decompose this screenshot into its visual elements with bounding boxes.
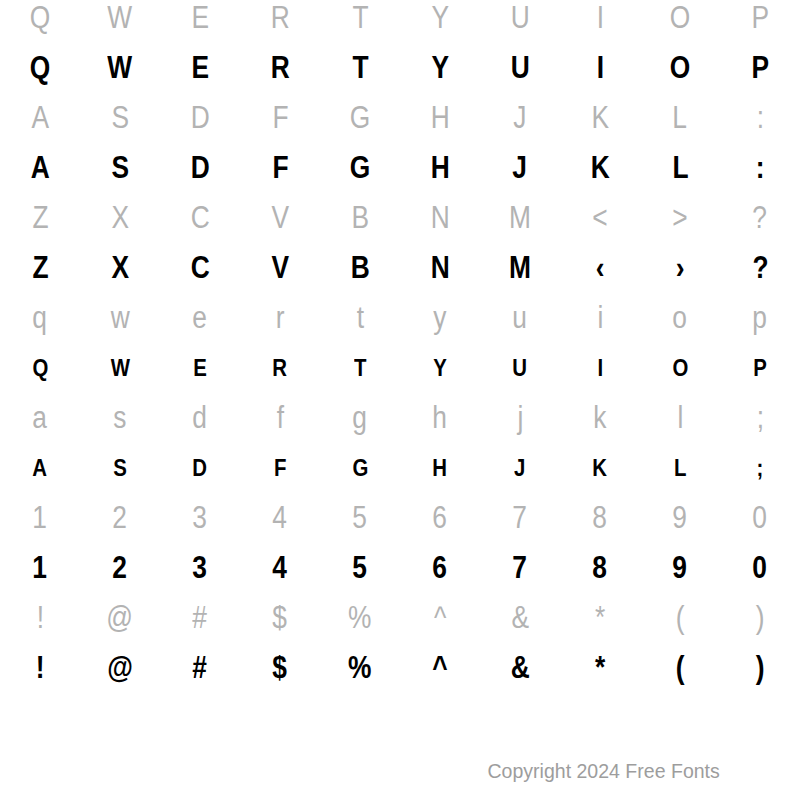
char-cell: t	[320, 293, 400, 343]
char-cell: 4	[240, 543, 320, 593]
char-cell: J	[480, 93, 560, 143]
char-cell: Q	[0, 343, 80, 393]
char-glyph: R	[270, 0, 289, 43]
char-cell: 1	[0, 543, 80, 593]
char-glyph: F	[272, 143, 288, 193]
char-cell: #	[160, 643, 240, 693]
char-cell: 6	[400, 493, 480, 543]
char-cell: K	[560, 143, 640, 193]
char-glyph: (	[676, 593, 685, 643]
char-glyph: Z	[32, 193, 48, 243]
char-glyph: 6	[433, 543, 448, 593]
char-glyph: ^	[432, 643, 447, 693]
char-glyph: #	[193, 643, 208, 693]
char-glyph: 1	[33, 493, 48, 543]
char-glyph: 3	[193, 543, 208, 593]
copyright-text: Copyright 2024 Free Fonts	[470, 759, 720, 783]
char-glyph: T	[354, 343, 366, 393]
char-cell: *	[560, 643, 640, 693]
char-cell: R	[240, 0, 320, 43]
char-glyph: K	[591, 93, 609, 143]
char-cell: E	[160, 343, 240, 393]
char-cell: >	[640, 193, 720, 243]
char-glyph: P	[753, 343, 767, 393]
char-cell: *	[560, 593, 640, 643]
char-glyph: B	[351, 193, 369, 243]
char-cell: !	[0, 593, 80, 643]
char-glyph: s	[113, 393, 126, 443]
char-glyph: @	[107, 643, 133, 693]
char-glyph: w	[110, 293, 129, 343]
char-cell: G	[320, 443, 400, 493]
char-glyph: H	[433, 443, 448, 493]
char-cell: L	[640, 93, 720, 143]
char-glyph: i	[597, 293, 603, 343]
char-glyph: V	[271, 243, 289, 293]
char-cell: !	[0, 643, 80, 693]
char-cell: T	[320, 0, 400, 43]
char-glyph: ;	[756, 393, 763, 443]
char-cell: e	[160, 293, 240, 343]
char-glyph: h	[433, 393, 448, 443]
char-cell: s	[80, 393, 160, 443]
char-cell: 9	[640, 543, 720, 593]
charmap-row-11: 1234567890	[0, 493, 800, 543]
char-cell: E	[160, 43, 240, 93]
char-cell: $	[240, 593, 320, 643]
char-glyph: %	[348, 643, 371, 693]
char-cell: $	[240, 643, 320, 693]
char-glyph: 2	[113, 493, 128, 543]
char-cell: )	[720, 643, 800, 693]
char-glyph: ?	[753, 193, 768, 243]
char-glyph: J	[514, 443, 525, 493]
charmap-row-12: 1234567890	[0, 543, 800, 593]
char-glyph: C	[190, 193, 209, 243]
char-cell: U	[480, 343, 560, 393]
char-glyph: O	[670, 43, 691, 93]
char-glyph: L	[673, 93, 688, 143]
char-cell: ›	[640, 243, 720, 293]
char-glyph: q	[33, 293, 48, 343]
char-glyph: K	[590, 143, 609, 193]
char-cell: 0	[720, 493, 800, 543]
char-glyph: W	[108, 43, 133, 93]
char-cell: p	[720, 293, 800, 343]
char-glyph: U	[510, 43, 529, 93]
char-glyph: F	[272, 93, 288, 143]
char-glyph: U	[513, 343, 528, 393]
char-cell: #	[160, 593, 240, 643]
char-cell: E	[160, 0, 240, 43]
char-cell: @	[80, 593, 160, 643]
char-glyph: G	[352, 443, 368, 493]
char-glyph: l	[677, 393, 683, 443]
char-glyph: 0	[753, 493, 768, 543]
char-glyph: 4	[273, 493, 288, 543]
char-cell: @	[80, 643, 160, 693]
char-glyph: 3	[193, 493, 208, 543]
char-cell: C	[160, 193, 240, 243]
char-glyph: 8	[593, 543, 608, 593]
char-cell: M	[480, 193, 560, 243]
char-glyph: I	[596, 0, 603, 43]
charmap-row-6: ZXCVBNM‹›?	[0, 243, 800, 293]
char-glyph: 1	[33, 543, 48, 593]
char-cell: 0	[720, 543, 800, 593]
char-cell: <	[560, 193, 640, 243]
char-glyph: @	[107, 593, 134, 643]
char-cell: V	[240, 243, 320, 293]
char-glyph: g	[353, 393, 368, 443]
char-cell: Q	[0, 0, 80, 43]
char-glyph: H	[430, 93, 449, 143]
char-glyph: N	[430, 193, 449, 243]
char-glyph: ;	[757, 443, 764, 493]
char-glyph: Y	[431, 43, 449, 93]
char-cell: A	[0, 143, 80, 193]
char-glyph: %	[348, 593, 371, 643]
char-glyph: L	[674, 443, 686, 493]
char-cell: G	[320, 143, 400, 193]
char-cell: W	[80, 43, 160, 93]
char-glyph: ‹	[596, 243, 605, 293]
char-cell: Z	[0, 243, 80, 293]
char-cell: J	[480, 143, 560, 193]
char-glyph: j	[517, 393, 523, 443]
char-glyph: *	[595, 643, 605, 693]
char-cell: ?	[720, 243, 800, 293]
char-cell: 5	[320, 493, 400, 543]
charmap-row-9: asdfghjkl;	[0, 393, 800, 443]
char-cell: H	[400, 443, 480, 493]
char-glyph: 0	[753, 543, 768, 593]
char-cell: Q	[0, 43, 80, 93]
char-cell: 2	[80, 543, 160, 593]
char-glyph: D	[190, 143, 209, 193]
char-cell: R	[240, 43, 320, 93]
font-specimen-page: QWERTYUIOPQWERTYUIOPASDFGHJKL:ASDFGHJKL:…	[0, 0, 800, 800]
char-cell: 6	[400, 543, 480, 593]
char-cell: ?	[720, 193, 800, 243]
char-cell: &	[480, 643, 560, 693]
char-cell: K	[560, 93, 640, 143]
char-glyph: E	[191, 43, 209, 93]
char-glyph: Y	[431, 0, 449, 43]
char-cell: B	[320, 193, 400, 243]
char-cell: J	[480, 443, 560, 493]
char-glyph: d	[193, 393, 208, 443]
char-glyph: X	[111, 193, 129, 243]
char-glyph: k	[593, 393, 606, 443]
char-glyph: E	[191, 0, 209, 43]
char-cell: h	[400, 393, 480, 443]
char-glyph: S	[111, 143, 129, 193]
char-glyph: ?	[752, 243, 768, 293]
char-cell: Y	[400, 343, 480, 393]
char-glyph: I	[596, 43, 603, 93]
char-cell: Y	[400, 43, 480, 93]
char-glyph: 9	[673, 543, 688, 593]
char-glyph: O	[670, 0, 691, 43]
char-glyph: L	[672, 143, 688, 193]
char-glyph: :	[756, 93, 763, 143]
char-glyph: ›	[676, 243, 685, 293]
char-cell: :	[720, 143, 800, 193]
char-glyph: U	[510, 0, 529, 43]
char-cell: C	[160, 243, 240, 293]
char-glyph: B	[350, 243, 369, 293]
char-cell: :	[720, 93, 800, 143]
char-cell: T	[320, 43, 400, 93]
char-cell: 7	[480, 493, 560, 543]
char-cell: j	[480, 393, 560, 443]
char-glyph: D	[190, 93, 209, 143]
char-glyph: p	[753, 293, 768, 343]
char-cell: 7	[480, 543, 560, 593]
char-cell: D	[160, 93, 240, 143]
char-glyph: Q	[30, 43, 51, 93]
char-glyph: 5	[353, 493, 368, 543]
charmap-row-8: QWERTYUIOP	[0, 343, 800, 393]
char-glyph: H	[430, 143, 449, 193]
char-cell: y	[400, 293, 480, 343]
char-cell: L	[640, 443, 720, 493]
char-cell: 5	[320, 543, 400, 593]
char-glyph: o	[673, 293, 688, 343]
char-cell: 3	[160, 543, 240, 593]
char-glyph: 5	[353, 543, 368, 593]
charmap-row-13: !@#$%^&*()	[0, 593, 800, 643]
char-glyph: Q	[30, 0, 51, 43]
char-cell: k	[560, 393, 640, 443]
char-cell: N	[400, 193, 480, 243]
char-glyph: V	[271, 193, 289, 243]
char-glyph: e	[193, 293, 208, 343]
char-glyph: R	[273, 343, 288, 393]
char-glyph: T	[352, 43, 368, 93]
char-glyph: f	[276, 393, 283, 443]
char-glyph: <	[592, 193, 607, 243]
char-cell: d	[160, 393, 240, 443]
charmap-row-7: qwertyuiop	[0, 293, 800, 343]
character-map-grid: QWERTYUIOPQWERTYUIOPASDFGHJKL:ASDFGHJKL:…	[0, 0, 800, 693]
char-cell: W	[80, 343, 160, 393]
char-cell: (	[640, 593, 720, 643]
char-cell: K	[560, 443, 640, 493]
char-cell: A	[0, 443, 80, 493]
char-glyph: A	[30, 143, 49, 193]
char-glyph: Z	[32, 243, 48, 293]
char-cell: %	[320, 643, 400, 693]
char-cell: 2	[80, 493, 160, 543]
char-cell: )	[720, 593, 800, 643]
char-glyph: >	[672, 193, 687, 243]
char-glyph: C	[190, 243, 209, 293]
char-glyph: P	[751, 0, 769, 43]
char-cell: r	[240, 293, 320, 343]
char-cell: l	[640, 393, 720, 443]
char-cell: i	[560, 293, 640, 343]
char-cell: B	[320, 243, 400, 293]
char-glyph: y	[433, 293, 446, 343]
char-cell: L	[640, 143, 720, 193]
char-cell: o	[640, 293, 720, 343]
char-glyph: #	[193, 593, 208, 643]
char-cell: I	[560, 0, 640, 43]
char-glyph: M	[509, 193, 531, 243]
char-glyph: &	[511, 593, 529, 643]
char-cell: O	[640, 0, 720, 43]
char-cell: w	[80, 293, 160, 343]
char-glyph: N	[430, 243, 449, 293]
char-glyph: 2	[113, 543, 128, 593]
char-cell: Y	[400, 0, 480, 43]
char-glyph: I	[597, 343, 603, 393]
char-glyph: 7	[513, 493, 528, 543]
char-cell: G	[320, 93, 400, 143]
char-glyph: A	[33, 443, 48, 493]
char-glyph: t	[356, 293, 363, 343]
char-glyph: :	[756, 143, 765, 193]
char-glyph: u	[513, 293, 528, 343]
char-cell: 8	[560, 543, 640, 593]
char-glyph: G	[350, 93, 371, 143]
char-cell: P	[720, 43, 800, 93]
char-glyph: 4	[273, 543, 288, 593]
char-glyph: !	[36, 593, 43, 643]
char-cell: 3	[160, 493, 240, 543]
char-cell: D	[160, 443, 240, 493]
char-glyph: &	[510, 643, 529, 693]
char-glyph: E	[193, 343, 207, 393]
char-cell: 8	[560, 493, 640, 543]
char-cell: f	[240, 393, 320, 443]
char-cell: ;	[720, 393, 800, 443]
char-cell: V	[240, 193, 320, 243]
char-cell: R	[240, 343, 320, 393]
char-glyph: J	[513, 93, 526, 143]
char-glyph: a	[33, 393, 48, 443]
char-glyph: W	[110, 343, 129, 393]
char-glyph: (	[676, 643, 685, 693]
char-glyph: A	[31, 93, 49, 143]
charmap-row-4: ASDFGHJKL:	[0, 143, 800, 193]
char-glyph: $	[273, 593, 288, 643]
charmap-row-5: ZXCVBNM<>?	[0, 193, 800, 243]
char-cell: &	[480, 593, 560, 643]
char-glyph: R	[270, 43, 289, 93]
char-cell: X	[80, 243, 160, 293]
char-glyph: 9	[673, 493, 688, 543]
charmap-row-1: QWERTYUIOP	[0, 0, 800, 43]
char-cell: 1	[0, 493, 80, 543]
char-cell: X	[80, 193, 160, 243]
char-cell: ^	[400, 643, 480, 693]
char-cell: I	[560, 43, 640, 93]
char-cell: W	[80, 0, 160, 43]
char-glyph: )	[756, 593, 765, 643]
charmap-row-10: ASDFGHJKL;	[0, 443, 800, 493]
char-glyph: P	[751, 43, 769, 93]
char-cell: O	[640, 343, 720, 393]
char-cell: a	[0, 393, 80, 443]
char-cell: P	[720, 0, 800, 43]
char-glyph: 8	[593, 493, 608, 543]
char-cell: Z	[0, 193, 80, 243]
char-glyph: T	[352, 0, 368, 43]
char-glyph: *	[595, 593, 605, 643]
char-cell: q	[0, 293, 80, 343]
char-cell: g	[320, 393, 400, 443]
char-glyph: J	[513, 143, 528, 193]
copyright-text-label: Copyright 2024 Free Fonts	[488, 759, 720, 783]
char-cell: S	[80, 143, 160, 193]
char-cell: S	[80, 93, 160, 143]
char-cell: T	[320, 343, 400, 393]
char-cell: H	[400, 143, 480, 193]
char-cell: H	[400, 93, 480, 143]
char-cell: P	[720, 343, 800, 393]
char-cell: S	[80, 443, 160, 493]
char-glyph: Y	[433, 343, 447, 393]
char-glyph: 6	[433, 493, 448, 543]
charmap-row-3: ASDFGHJKL:	[0, 93, 800, 143]
char-cell: u	[480, 293, 560, 343]
charmap-row-14: !@#$%^&*()	[0, 643, 800, 693]
char-glyph: 7	[513, 543, 528, 593]
char-glyph: ^	[434, 593, 446, 643]
char-glyph: )	[756, 643, 765, 693]
char-glyph: X	[111, 243, 129, 293]
char-glyph: G	[350, 143, 371, 193]
char-cell: %	[320, 593, 400, 643]
charmap-row-2: QWERTYUIOP	[0, 43, 800, 93]
char-cell: (	[640, 643, 720, 693]
char-cell: M	[480, 243, 560, 293]
char-cell: I	[560, 343, 640, 393]
char-cell: 4	[240, 493, 320, 543]
char-glyph: F	[274, 443, 286, 493]
char-cell: F	[240, 443, 320, 493]
char-cell: F	[240, 143, 320, 193]
char-glyph: S	[113, 443, 127, 493]
char-glyph: S	[111, 93, 129, 143]
char-glyph: M	[509, 243, 531, 293]
char-cell: A	[0, 93, 80, 143]
char-glyph: $	[273, 643, 288, 693]
char-glyph: K	[593, 443, 608, 493]
char-cell: D	[160, 143, 240, 193]
char-glyph: D	[193, 443, 208, 493]
char-glyph: Q	[32, 343, 48, 393]
char-glyph: O	[672, 343, 688, 393]
char-cell: F	[240, 93, 320, 143]
char-cell: ;	[720, 443, 800, 493]
char-cell: U	[480, 0, 560, 43]
char-glyph: !	[36, 643, 45, 693]
char-cell: N	[400, 243, 480, 293]
char-cell: U	[480, 43, 560, 93]
char-cell: ‹	[560, 243, 640, 293]
char-cell: ^	[400, 593, 480, 643]
char-glyph: r	[276, 293, 285, 343]
char-cell: 9	[640, 493, 720, 543]
char-glyph: W	[108, 0, 133, 43]
char-cell: O	[640, 43, 720, 93]
